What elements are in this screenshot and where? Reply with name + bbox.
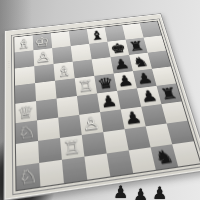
square-b7[interactable]: ♙ bbox=[33, 48, 53, 66]
white-bishop-piece: ♗ bbox=[12, 32, 33, 52]
board-grid: ♗♔♝♙♚♜♗♟♞♖♛♟♟♕♟♟♜♘♙♟♖♘♞ bbox=[13, 21, 200, 192]
captured-black-pawn: ♟ bbox=[133, 187, 148, 200]
white-knight-piece: ♘ bbox=[14, 163, 40, 189]
square-e4[interactable]: ♟ bbox=[97, 91, 121, 112]
black-rook-piece: ♜ bbox=[159, 81, 182, 103]
square-e8[interactable]: ♝ bbox=[87, 27, 108, 44]
square-c2[interactable]: ♖ bbox=[60, 135, 84, 160]
white-rook-piece: ♖ bbox=[59, 134, 84, 159]
square-a3[interactable]: ♘ bbox=[16, 120, 38, 144]
square-d5[interactable]: ♖ bbox=[75, 76, 97, 96]
square-h4[interactable]: ♜ bbox=[157, 83, 182, 104]
square-a8[interactable]: ♗ bbox=[14, 35, 33, 52]
captured-black-pawn: ♟ bbox=[152, 185, 167, 200]
white-king-piece: ♔ bbox=[31, 30, 52, 50]
board-edge-marking: ···· bbox=[7, 61, 11, 70]
photo-scene: ···· ♗♔♝♙♚♜♗♟♞♖♛♟♟♕♟♟♜♘♙♟♖♘♞ ♟♟♟ bbox=[0, 0, 200, 200]
chessboard: ···· ♗♔♝♙♚♜♗♟♞♖♛♟♟♕♟♟♜♘♙♟♖♘♞ bbox=[3, 13, 200, 200]
square-f3[interactable]: ♟ bbox=[121, 107, 146, 129]
square-d3[interactable]: ♙ bbox=[79, 112, 103, 135]
board-frame: ···· ♗♔♝♙♚♜♗♟♞♖♛♟♟♕♟♟♜♘♙♟♖♘♞ bbox=[3, 13, 200, 200]
black-pawn-piece: ♟ bbox=[97, 89, 120, 111]
white-queen-piece: ♕ bbox=[13, 99, 37, 122]
square-b1[interactable] bbox=[39, 160, 64, 187]
captured-black-pawn: ♟ bbox=[113, 184, 128, 200]
white-knight-piece: ♘ bbox=[13, 119, 38, 143]
square-c6[interactable]: ♗ bbox=[54, 62, 75, 81]
square-c1[interactable] bbox=[62, 157, 87, 184]
square-a1[interactable]: ♘ bbox=[16, 163, 40, 190]
white-pawn-piece: ♙ bbox=[79, 111, 103, 134]
